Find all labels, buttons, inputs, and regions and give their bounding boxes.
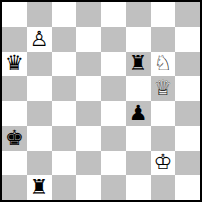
square-h8[interactable] [175,2,200,27]
square-a5[interactable] [2,76,27,101]
square-g6[interactable]: ♞♘ [151,52,176,77]
square-a8[interactable] [2,2,27,27]
square-g7[interactable] [151,27,176,52]
square-e4[interactable] [101,101,126,126]
square-e7[interactable] [101,27,126,52]
square-a7[interactable] [2,27,27,52]
square-e3[interactable] [101,126,126,151]
square-e1[interactable] [101,175,126,200]
black-queen-icon: ♛ [2,52,27,77]
square-b2[interactable] [27,151,52,176]
square-f5[interactable] [126,76,151,101]
square-h6[interactable] [175,52,200,77]
square-a2[interactable] [2,151,27,176]
square-c2[interactable] [52,151,77,176]
square-h1[interactable] [175,175,200,200]
square-b7[interactable]: ♟♙ [27,27,52,52]
square-d3[interactable] [76,126,101,151]
square-f8[interactable] [126,2,151,27]
white-pawn-icon: ♙ [27,27,52,52]
black-rook-icon: ♜ [126,52,151,77]
square-c4[interactable] [52,101,77,126]
black-king-icon: ♚ [2,126,27,151]
square-b5[interactable] [27,76,52,101]
white-queen-icon: ♕ [151,76,176,101]
black-rook-icon: ♜ [27,175,52,200]
square-h3[interactable] [175,126,200,151]
square-e8[interactable] [101,2,126,27]
square-b4[interactable] [27,101,52,126]
square-g2[interactable]: ♚♔ [151,151,176,176]
square-d8[interactable] [76,2,101,27]
square-h5[interactable] [175,76,200,101]
square-f6[interactable]: ♜ [126,52,151,77]
square-a1[interactable] [2,175,27,200]
square-d4[interactable] [76,101,101,126]
square-d1[interactable] [76,175,101,200]
square-c8[interactable] [52,2,77,27]
square-g8[interactable] [151,2,176,27]
square-g1[interactable] [151,175,176,200]
square-c5[interactable] [52,76,77,101]
square-h7[interactable] [175,27,200,52]
square-b8[interactable] [27,2,52,27]
square-f2[interactable] [126,151,151,176]
square-g5[interactable]: ♛♕ [151,76,176,101]
square-g3[interactable] [151,126,176,151]
square-d2[interactable] [76,151,101,176]
chess-board: ♟♙♛♜♞♘♛♕♟♚♚♔♜ [0,0,202,202]
white-knight-icon: ♘ [151,52,176,77]
square-c6[interactable] [52,52,77,77]
square-c3[interactable] [52,126,77,151]
square-a4[interactable] [2,101,27,126]
square-g4[interactable] [151,101,176,126]
black-pawn-icon: ♟ [126,101,151,126]
square-f7[interactable] [126,27,151,52]
square-c1[interactable] [52,175,77,200]
square-b3[interactable] [27,126,52,151]
square-e5[interactable] [101,76,126,101]
square-e2[interactable] [101,151,126,176]
square-e6[interactable] [101,52,126,77]
square-d6[interactable] [76,52,101,77]
square-h4[interactable] [175,101,200,126]
square-f4[interactable]: ♟ [126,101,151,126]
board-grid: ♟♙♛♜♞♘♛♕♟♚♚♔♜ [2,2,200,200]
square-d7[interactable] [76,27,101,52]
square-a6[interactable]: ♛ [2,52,27,77]
square-c7[interactable] [52,27,77,52]
square-h2[interactable] [175,151,200,176]
square-b6[interactable] [27,52,52,77]
square-d5[interactable] [76,76,101,101]
square-f3[interactable] [126,126,151,151]
square-a3[interactable]: ♚ [2,126,27,151]
square-f1[interactable] [126,175,151,200]
square-b1[interactable]: ♜ [27,175,52,200]
white-king-icon: ♔ [151,151,176,176]
